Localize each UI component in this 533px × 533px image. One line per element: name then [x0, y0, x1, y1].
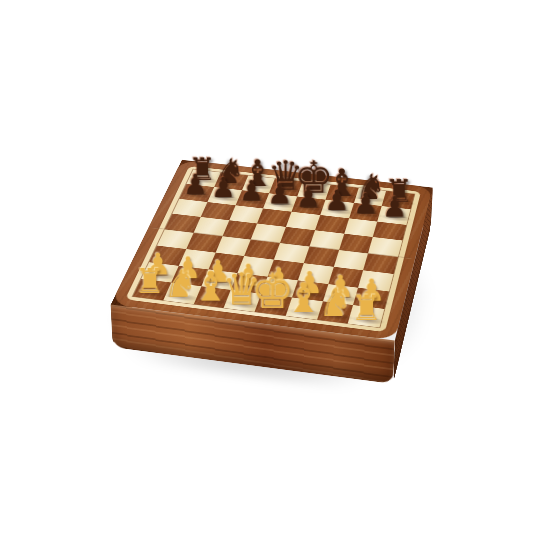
piece-glyph: ♜	[351, 291, 383, 324]
chess-box: ♜♞♝♛♚♝♞♜♟♟♟♟♟♟♟♟♟♟♟♟♟♟♟♟♜♞♝♛♚♝♞♜	[111, 160, 433, 341]
product-photo-scene: ♜♞♝♛♚♝♞♜♟♟♟♟♟♟♟♟♟♟♟♟♟♟♟♟♜♞♝♛♚♝♞♜	[0, 0, 533, 533]
piece-black-pawn-h7[interactable]: ♟	[363, 135, 426, 217]
piece-white-rook-h1[interactable]: ♜	[332, 229, 400, 319]
